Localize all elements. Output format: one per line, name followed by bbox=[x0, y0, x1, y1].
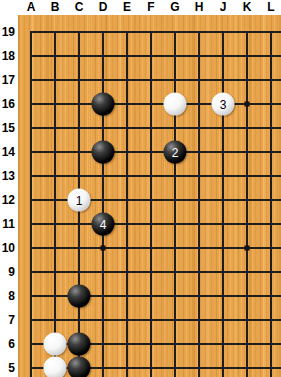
stone-black-D16[interactable] bbox=[92, 93, 115, 116]
stone-black-D11[interactable]: 4 bbox=[92, 213, 115, 236]
grid-line-col-K bbox=[246, 31, 248, 377]
row-label-19: 19 bbox=[0, 24, 15, 40]
row-label-9: 9 bbox=[0, 264, 15, 280]
grid-line-row-13 bbox=[30, 175, 281, 177]
stone-white-G16[interactable] bbox=[164, 93, 187, 116]
grid-line-row-11 bbox=[30, 223, 281, 225]
grid-line-row-16 bbox=[30, 103, 281, 105]
move-number-2: 2 bbox=[172, 145, 179, 159]
move-number-3: 3 bbox=[220, 97, 227, 111]
row-label-7: 7 bbox=[0, 312, 15, 328]
column-label-C: C bbox=[67, 0, 91, 15]
grid-line-col-L bbox=[270, 31, 272, 377]
stone-black-C5[interactable] bbox=[68, 357, 91, 377]
star-point-K10 bbox=[245, 246, 250, 251]
star-point-K16 bbox=[245, 102, 250, 107]
grid-line-row-14 bbox=[30, 151, 281, 153]
stone-white-J16[interactable]: 3 bbox=[212, 93, 235, 116]
row-label-15: 15 bbox=[0, 120, 15, 136]
row-label-12: 12 bbox=[0, 192, 15, 208]
column-label-A: A bbox=[19, 0, 43, 15]
grid-line-col-J bbox=[222, 31, 224, 377]
row-label-11: 11 bbox=[0, 216, 15, 232]
row-label-18: 18 bbox=[0, 48, 15, 64]
row-label-16: 16 bbox=[0, 96, 15, 112]
column-label-E: E bbox=[115, 0, 139, 15]
row-label-8: 8 bbox=[0, 288, 15, 304]
row-label-14: 14 bbox=[0, 144, 15, 160]
stone-white-B5[interactable] bbox=[44, 357, 67, 377]
move-number-4: 4 bbox=[100, 217, 107, 231]
grid-line-col-D bbox=[102, 31, 104, 377]
column-label-B: B bbox=[43, 0, 67, 15]
move-number-1: 1 bbox=[76, 193, 83, 207]
grid-line-col-G bbox=[174, 31, 176, 377]
grid-line-col-H bbox=[198, 31, 200, 377]
column-label-F: F bbox=[139, 0, 163, 15]
stone-black-D14[interactable] bbox=[92, 141, 115, 164]
stone-white-C12[interactable]: 1 bbox=[68, 189, 91, 212]
go-board[interactable]: 3214 bbox=[18, 15, 281, 377]
row-label-17: 17 bbox=[0, 72, 15, 88]
grid-line-col-F bbox=[150, 31, 152, 377]
grid-line-col-E bbox=[126, 31, 128, 377]
stone-black-G14[interactable]: 2 bbox=[164, 141, 187, 164]
go-diagram: ABCDEFGHJKL 1918171615141312111098765 32… bbox=[0, 0, 281, 377]
row-label-5: 5 bbox=[0, 360, 15, 376]
column-label-K: K bbox=[235, 0, 259, 15]
stone-black-C6[interactable] bbox=[68, 333, 91, 356]
column-label-J: J bbox=[211, 0, 235, 15]
grid-line-row-15 bbox=[30, 127, 281, 129]
row-label-10: 10 bbox=[0, 240, 15, 256]
grid-line-col-B bbox=[54, 31, 56, 377]
row-label-13: 13 bbox=[0, 168, 15, 184]
grid-line-row-19 bbox=[30, 31, 281, 33]
grid-line-col-A bbox=[30, 31, 32, 377]
grid-line-row-7 bbox=[30, 319, 281, 321]
stone-black-C8[interactable] bbox=[68, 285, 91, 308]
grid-line-row-18 bbox=[30, 55, 281, 57]
row-label-6: 6 bbox=[0, 336, 15, 352]
star-point-D10 bbox=[101, 246, 106, 251]
grid-line-row-9 bbox=[30, 271, 281, 273]
column-label-D: D bbox=[91, 0, 115, 15]
grid-line-row-10 bbox=[30, 247, 281, 249]
stone-white-B6[interactable] bbox=[44, 333, 67, 356]
column-label-L: L bbox=[259, 0, 281, 15]
column-label-H: H bbox=[187, 0, 211, 15]
column-label-G: G bbox=[163, 0, 187, 15]
grid-line-row-17 bbox=[30, 79, 281, 81]
